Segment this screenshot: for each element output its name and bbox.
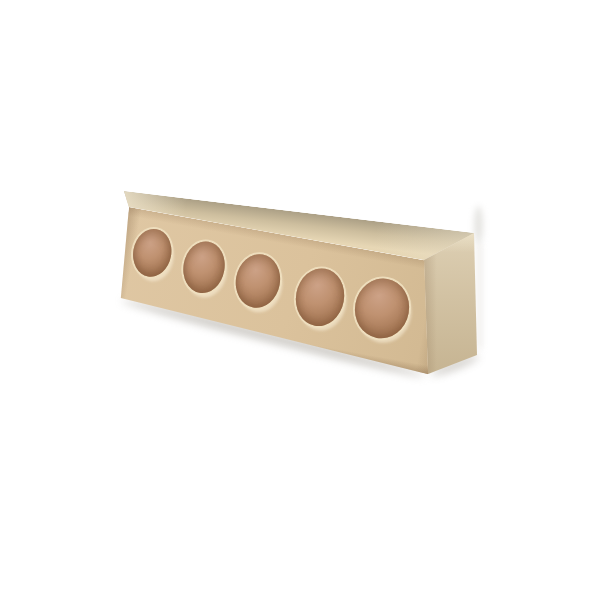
pit-1[interactable] bbox=[129, 226, 175, 280]
pit-2[interactable] bbox=[179, 238, 229, 296]
pit-3[interactable] bbox=[231, 251, 284, 312]
pit-5[interactable] bbox=[350, 274, 414, 343]
pit-4[interactable] bbox=[291, 264, 349, 330]
five-pit-block bbox=[0, 0, 600, 600]
photo-canvas bbox=[0, 0, 600, 600]
